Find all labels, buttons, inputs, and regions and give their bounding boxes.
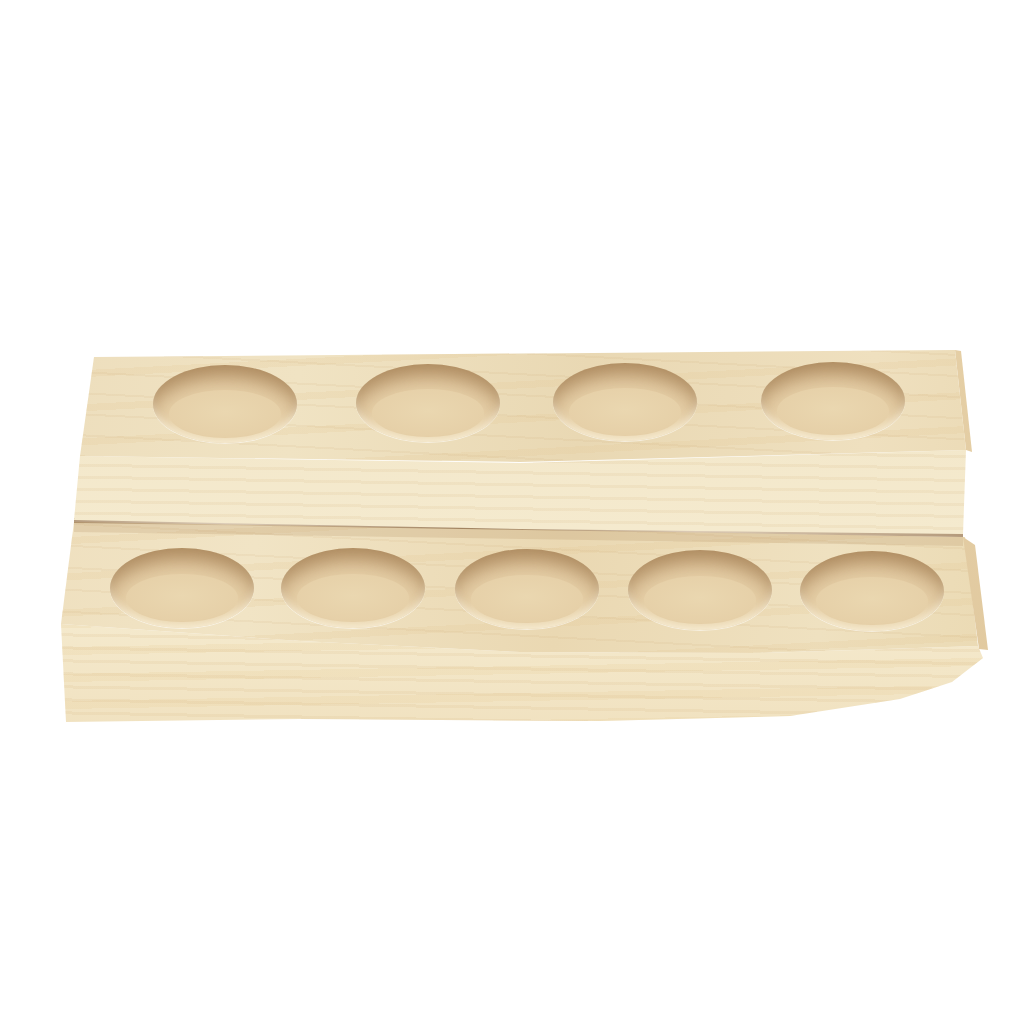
pit-front-5[interactable] xyxy=(800,551,944,631)
pit-front-1[interactable] xyxy=(110,548,254,628)
product-photo-scene xyxy=(0,0,1024,1024)
pit-front-4[interactable] xyxy=(628,550,772,630)
front-row-pits xyxy=(0,0,1024,1024)
pit-front-3[interactable] xyxy=(455,549,599,629)
pit-front-2[interactable] xyxy=(281,548,425,628)
